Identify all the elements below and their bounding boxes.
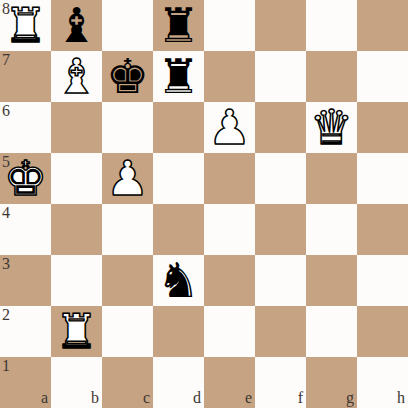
square-g5[interactable] — [306, 153, 357, 204]
square-a1[interactable]: 1a — [0, 357, 51, 408]
square-g1[interactable]: g — [306, 357, 357, 408]
square-d2[interactable] — [153, 306, 204, 357]
square-h3[interactable] — [357, 255, 408, 306]
square-g7[interactable] — [306, 51, 357, 102]
rank-label-4: 4 — [2, 205, 10, 221]
file-label-g: g — [346, 390, 354, 406]
piece-white-bishop-b7[interactable]: ♝ — [51, 51, 102, 102]
square-c8[interactable] — [102, 0, 153, 51]
square-f6[interactable] — [255, 102, 306, 153]
square-b6[interactable] — [51, 102, 102, 153]
file-label-h: h — [397, 390, 405, 406]
rank-label-3: 3 — [2, 256, 10, 272]
piece-white-pawn-e6[interactable]: ♟ — [204, 102, 255, 153]
file-label-c: c — [143, 390, 150, 406]
square-h4[interactable] — [357, 204, 408, 255]
square-b4[interactable] — [51, 204, 102, 255]
square-b8[interactable]: ♝ — [51, 0, 102, 51]
piece-black-king-c7[interactable]: ♚ — [102, 51, 153, 102]
square-c7[interactable]: ♚ — [102, 51, 153, 102]
square-b5[interactable] — [51, 153, 102, 204]
square-a3[interactable]: 3 — [0, 255, 51, 306]
piece-white-pawn-c5[interactable]: ♟ — [102, 153, 153, 204]
rank-label-7: 7 — [2, 52, 10, 68]
square-a8[interactable]: 8♜ — [0, 0, 51, 51]
square-c5[interactable]: ♟ — [102, 153, 153, 204]
square-e3[interactable] — [204, 255, 255, 306]
square-a4[interactable]: 4 — [0, 204, 51, 255]
square-f3[interactable] — [255, 255, 306, 306]
piece-black-bishop-b8[interactable]: ♝ — [51, 0, 102, 51]
square-a5[interactable]: 5♚ — [0, 153, 51, 204]
square-f5[interactable] — [255, 153, 306, 204]
square-f4[interactable] — [255, 204, 306, 255]
piece-black-rook-d7[interactable]: ♜ — [153, 51, 204, 102]
square-a7[interactable]: 7 — [0, 51, 51, 102]
rank-label-1: 1 — [2, 358, 10, 374]
chess-board: 8♜♝♜7♝♚♜6♟♛5♚♟43♞2♜1abcdefgh — [0, 0, 408, 408]
square-h5[interactable] — [357, 153, 408, 204]
square-d5[interactable] — [153, 153, 204, 204]
piece-black-knight-d3[interactable]: ♞ — [153, 255, 204, 306]
piece-white-rook-a8[interactable]: ♜ — [0, 0, 51, 51]
square-h1[interactable]: h — [357, 357, 408, 408]
rank-label-2: 2 — [2, 307, 10, 323]
square-g2[interactable] — [306, 306, 357, 357]
rank-label-6: 6 — [2, 103, 10, 119]
square-b2[interactable]: ♜ — [51, 306, 102, 357]
square-b3[interactable] — [51, 255, 102, 306]
square-c4[interactable] — [102, 204, 153, 255]
square-c3[interactable] — [102, 255, 153, 306]
piece-white-king-a5[interactable]: ♚ — [0, 153, 51, 204]
piece-black-rook-d8[interactable]: ♜ — [153, 0, 204, 51]
square-g8[interactable] — [306, 0, 357, 51]
square-g6[interactable]: ♛ — [306, 102, 357, 153]
square-g4[interactable] — [306, 204, 357, 255]
square-d7[interactable]: ♜ — [153, 51, 204, 102]
square-d8[interactable]: ♜ — [153, 0, 204, 51]
square-f8[interactable] — [255, 0, 306, 51]
square-b1[interactable]: b — [51, 357, 102, 408]
square-a2[interactable]: 2 — [0, 306, 51, 357]
square-f2[interactable] — [255, 306, 306, 357]
file-label-a: a — [41, 390, 48, 406]
square-e2[interactable] — [204, 306, 255, 357]
square-e7[interactable] — [204, 51, 255, 102]
square-h2[interactable] — [357, 306, 408, 357]
square-e6[interactable]: ♟ — [204, 102, 255, 153]
square-d6[interactable] — [153, 102, 204, 153]
square-f7[interactable] — [255, 51, 306, 102]
square-g3[interactable] — [306, 255, 357, 306]
square-d3[interactable]: ♞ — [153, 255, 204, 306]
square-e5[interactable] — [204, 153, 255, 204]
square-e1[interactable]: e — [204, 357, 255, 408]
square-e8[interactable] — [204, 0, 255, 51]
square-f1[interactable]: f — [255, 357, 306, 408]
square-h8[interactable] — [357, 0, 408, 51]
chess-diagram: 8♜♝♜7♝♚♜6♟♛5♚♟43♞2♜1abcdefgh — [0, 0, 408, 408]
square-b7[interactable]: ♝ — [51, 51, 102, 102]
square-a6[interactable]: 6 — [0, 102, 51, 153]
square-c1[interactable]: c — [102, 357, 153, 408]
square-e4[interactable] — [204, 204, 255, 255]
square-d4[interactable] — [153, 204, 204, 255]
square-h7[interactable] — [357, 51, 408, 102]
square-h6[interactable] — [357, 102, 408, 153]
file-label-b: b — [91, 390, 99, 406]
square-c6[interactable] — [102, 102, 153, 153]
square-d1[interactable]: d — [153, 357, 204, 408]
file-label-f: f — [298, 390, 303, 406]
file-label-d: d — [193, 390, 201, 406]
piece-white-queen-g6[interactable]: ♛ — [306, 102, 357, 153]
piece-white-rook-b2[interactable]: ♜ — [51, 306, 102, 357]
file-label-e: e — [245, 390, 252, 406]
square-c2[interactable] — [102, 306, 153, 357]
